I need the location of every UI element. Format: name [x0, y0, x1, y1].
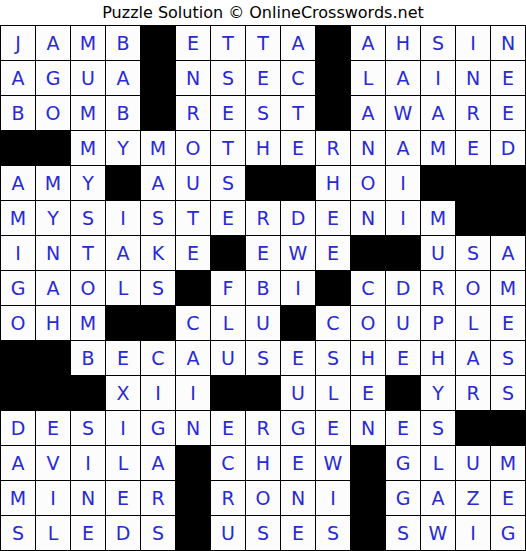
- grid-cell-r14c14: Z: [456, 481, 490, 515]
- grid-cell-r2c11: L: [351, 61, 385, 95]
- black-square-r11c2: [36, 376, 70, 410]
- grid-cell-r9c13: P: [421, 306, 455, 340]
- grid-cell-r6c8: R: [246, 201, 280, 235]
- grid-cell-r13c12: G: [386, 446, 420, 480]
- grid-cell-r13c4: L: [106, 446, 140, 480]
- black-square-r4c1: [1, 131, 35, 165]
- black-square-r7c7: [211, 236, 245, 270]
- page-title: Puzzle Solution © OnlineCrosswords.net: [102, 3, 424, 22]
- grid-cell-r1c12: H: [386, 26, 420, 60]
- grid-cell-r14c2: I: [36, 481, 70, 515]
- grid-cell-r4c6: O: [176, 131, 210, 165]
- grid-cell-r7c4: A: [106, 236, 140, 270]
- grid-cell-r3c9: T: [281, 96, 315, 130]
- grid-cell-r3c14: R: [456, 96, 490, 130]
- grid-cell-r10c4: E: [106, 341, 140, 375]
- grid-cell-r2c4: A: [106, 61, 140, 95]
- grid-cell-r10c13: H: [421, 341, 455, 375]
- grid-cell-r15c14: I: [456, 516, 490, 550]
- grid-cell-r2c3: U: [71, 61, 105, 95]
- grid-cell-r14c13: A: [421, 481, 455, 515]
- grid-cell-r11c5: I: [141, 376, 175, 410]
- black-square-r6c15: [491, 201, 525, 235]
- grid-cell-r6c10: E: [316, 201, 350, 235]
- grid-cell-r15c10: S: [316, 516, 350, 550]
- black-square-r14c11: [351, 481, 385, 515]
- grid-cell-r3c2: O: [36, 96, 70, 130]
- grid-cell-r4c7: T: [211, 131, 245, 165]
- grid-cell-r2c8: E: [246, 61, 280, 95]
- grid-cell-r15c8: S: [246, 516, 280, 550]
- grid-cell-r5c5: A: [141, 166, 175, 200]
- grid-cell-r13c9: E: [281, 446, 315, 480]
- grid-cell-r1c14: I: [456, 26, 490, 60]
- grid-cell-r13c7: C: [211, 446, 245, 480]
- grid-cell-r10c7: U: [211, 341, 245, 375]
- grid-cell-r7c5: K: [141, 236, 175, 270]
- grid-cell-r10c15: S: [491, 341, 525, 375]
- grid-cell-r1c3: M: [71, 26, 105, 60]
- grid-cell-r4c8: H: [246, 131, 280, 165]
- grid-cell-r11c6: I: [176, 376, 210, 410]
- grid-cell-r7c6: E: [176, 236, 210, 270]
- grid-cell-r6c5: S: [141, 201, 175, 235]
- black-square-r3c5: [141, 96, 175, 130]
- grid-cell-r2c9: C: [281, 61, 315, 95]
- grid-cell-r8c5: S: [141, 271, 175, 305]
- grid-cell-r12c12: E: [386, 411, 420, 445]
- grid-cell-r1c4: B: [106, 26, 140, 60]
- grid-cell-r11c10: L: [316, 376, 350, 410]
- grid-cell-r6c12: I: [386, 201, 420, 235]
- grid-cell-r15c1: S: [1, 516, 35, 550]
- grid-cell-r6c6: T: [176, 201, 210, 235]
- grid-cell-r10c8: S: [246, 341, 280, 375]
- grid-cell-r14c7: R: [211, 481, 245, 515]
- grid-cell-r6c3: S: [71, 201, 105, 235]
- grid-cell-r14c3: N: [71, 481, 105, 515]
- black-square-r9c9: [281, 306, 315, 340]
- grid-cell-r3c1: B: [1, 96, 35, 130]
- grid-cell-r4c13: M: [421, 131, 455, 165]
- grid-cell-r13c13: L: [421, 446, 455, 480]
- grid-cell-r10c3: B: [71, 341, 105, 375]
- grid-cell-r15c3: E: [71, 516, 105, 550]
- grid-cell-r15c9: E: [281, 516, 315, 550]
- grid-cell-r14c4: E: [106, 481, 140, 515]
- black-square-r2c5: [141, 61, 175, 95]
- black-square-r11c7: [211, 376, 245, 410]
- grid-cell-r9c3: M: [71, 306, 105, 340]
- grid-cell-r5c3: Y: [71, 166, 105, 200]
- grid-cell-r12c10: E: [316, 411, 350, 445]
- grid-cell-r15c12: S: [386, 516, 420, 550]
- title-bar: Puzzle Solution © OnlineCrosswords.net: [0, 0, 526, 25]
- black-square-r11c3: [71, 376, 105, 410]
- grid-cell-r1c8: T: [246, 26, 280, 60]
- grid-cell-r1c11: A: [351, 26, 385, 60]
- grid-cell-r8c3: O: [71, 271, 105, 305]
- grid-cell-r10c14: A: [456, 341, 490, 375]
- grid-cell-r4c12: A: [386, 131, 420, 165]
- grid-cell-r6c9: D: [281, 201, 315, 235]
- grid-cell-r14c1: M: [1, 481, 35, 515]
- grid-cell-r8c2: A: [36, 271, 70, 305]
- grid-cell-r1c7: T: [211, 26, 245, 60]
- grid-cell-r6c13: M: [421, 201, 455, 235]
- grid-cell-r9c14: L: [456, 306, 490, 340]
- grid-cell-r12c9: G: [281, 411, 315, 445]
- grid-cell-r9c2: H: [36, 306, 70, 340]
- grid-cell-r7c2: N: [36, 236, 70, 270]
- grid-cell-r13c3: I: [71, 446, 105, 480]
- grid-cell-r2c12: A: [386, 61, 420, 95]
- grid-cell-r14c12: G: [386, 481, 420, 515]
- grid-cell-r5c2: M: [36, 166, 70, 200]
- black-square-r9c4: [106, 306, 140, 340]
- grid-cell-r12c4: I: [106, 411, 140, 445]
- grid-cell-r5c1: A: [1, 166, 35, 200]
- grid-cell-r8c15: M: [491, 271, 525, 305]
- grid-cell-r5c6: U: [176, 166, 210, 200]
- grid-cell-r13c2: V: [36, 446, 70, 480]
- grid-cell-r4c9: E: [281, 131, 315, 165]
- grid-cell-r12c3: S: [71, 411, 105, 445]
- grid-cell-r8c1: G: [1, 271, 35, 305]
- black-square-r8c10: [316, 271, 350, 305]
- grid-cell-r3c3: M: [71, 96, 105, 130]
- grid-cell-r9c10: C: [316, 306, 350, 340]
- grid-cell-r8c9: I: [281, 271, 315, 305]
- grid-cell-r14c10: I: [316, 481, 350, 515]
- grid-cell-r10c6: A: [176, 341, 210, 375]
- grid-cell-r2c14: N: [456, 61, 490, 95]
- puzzle-solution-page: Puzzle Solution © OnlineCrosswords.net J…: [0, 0, 526, 551]
- grid-cell-r12c2: E: [36, 411, 70, 445]
- black-square-r6c14: [456, 201, 490, 235]
- grid-cell-r10c5: C: [141, 341, 175, 375]
- grid-cell-r4c14: E: [456, 131, 490, 165]
- grid-cell-r13c10: W: [316, 446, 350, 480]
- black-square-r5c4: [106, 166, 140, 200]
- black-square-r11c12: [386, 376, 420, 410]
- grid-cell-r5c11: O: [351, 166, 385, 200]
- grid-cell-r13c14: U: [456, 446, 490, 480]
- grid-cell-r10c10: S: [316, 341, 350, 375]
- grid-cell-r12c1: D: [1, 411, 35, 445]
- grid-cell-r2c2: G: [36, 61, 70, 95]
- black-square-r10c1: [1, 341, 35, 375]
- grid-cell-r3c7: E: [211, 96, 245, 130]
- grid-cell-r8c4: L: [106, 271, 140, 305]
- grid-cell-r1c13: S: [421, 26, 455, 60]
- black-square-r13c11: [351, 446, 385, 480]
- grid-cell-r8c11: C: [351, 271, 385, 305]
- black-square-r12c14: [456, 411, 490, 445]
- black-square-r10c2: [36, 341, 70, 375]
- grid-cell-r6c4: I: [106, 201, 140, 235]
- black-square-r7c12: [386, 236, 420, 270]
- grid-cell-r6c1: M: [1, 201, 35, 235]
- grid-cell-r4c4: Y: [106, 131, 140, 165]
- grid-cell-r10c9: E: [281, 341, 315, 375]
- grid-cell-r1c15: N: [491, 26, 525, 60]
- grid-cell-r3c6: R: [176, 96, 210, 130]
- grid-cell-r4c11: N: [351, 131, 385, 165]
- grid-cell-r14c15: E: [491, 481, 525, 515]
- grid-cell-r9c12: U: [386, 306, 420, 340]
- grid-cell-r6c11: N: [351, 201, 385, 235]
- grid-cell-r11c11: E: [351, 376, 385, 410]
- black-square-r5c15: [491, 166, 525, 200]
- grid-cell-r8c7: F: [211, 271, 245, 305]
- grid-cell-r9c7: L: [211, 306, 245, 340]
- grid-cell-r4c15: D: [491, 131, 525, 165]
- grid-cell-r7c3: T: [71, 236, 105, 270]
- grid-cell-r9c6: C: [176, 306, 210, 340]
- grid-cell-r3c8: S: [246, 96, 280, 130]
- black-square-r5c14: [456, 166, 490, 200]
- grid-cell-r3c4: B: [106, 96, 140, 130]
- grid-cell-r7c9: W: [281, 236, 315, 270]
- black-square-r9c5: [141, 306, 175, 340]
- black-square-r15c11: [351, 516, 385, 550]
- grid-cell-r15c4: D: [106, 516, 140, 550]
- grid-cell-r9c15: E: [491, 306, 525, 340]
- grid-cell-r5c12: I: [386, 166, 420, 200]
- grid-cell-r2c15: E: [491, 61, 525, 95]
- grid-cell-r15c2: L: [36, 516, 70, 550]
- grid-cell-r13c15: M: [491, 446, 525, 480]
- grid-cell-r7c1: I: [1, 236, 35, 270]
- grid-cell-r15c15: G: [491, 516, 525, 550]
- grid-cell-r8c8: B: [246, 271, 280, 305]
- black-square-r1c5: [141, 26, 175, 60]
- grid-cell-r11c4: X: [106, 376, 140, 410]
- black-square-r3c10: [316, 96, 350, 130]
- grid-cell-r10c11: H: [351, 341, 385, 375]
- grid-cell-r4c5: M: [141, 131, 175, 165]
- grid-cell-r4c10: R: [316, 131, 350, 165]
- grid-cell-r11c14: R: [456, 376, 490, 410]
- grid-cell-r3c12: W: [386, 96, 420, 130]
- grid-cell-r2c1: A: [1, 61, 35, 95]
- grid-cell-r1c1: J: [1, 26, 35, 60]
- black-square-r5c9: [281, 166, 315, 200]
- grid-cell-r1c2: A: [36, 26, 70, 60]
- grid-cell-r15c7: U: [211, 516, 245, 550]
- grid-cell-r2c7: S: [211, 61, 245, 95]
- grid-cell-r9c1: O: [1, 306, 35, 340]
- grid-cell-r3c11: A: [351, 96, 385, 130]
- black-square-r5c8: [246, 166, 280, 200]
- grid-cell-r12c11: N: [351, 411, 385, 445]
- grid-cell-r14c5: R: [141, 481, 175, 515]
- grid-cell-r9c11: O: [351, 306, 385, 340]
- grid-cell-r7c13: U: [421, 236, 455, 270]
- grid-cell-r7c8: E: [246, 236, 280, 270]
- grid-cell-r6c2: Y: [36, 201, 70, 235]
- grid-cell-r11c9: U: [281, 376, 315, 410]
- black-square-r11c1: [1, 376, 35, 410]
- grid-cell-r3c15: E: [491, 96, 525, 130]
- black-square-r1c10: [316, 26, 350, 60]
- grid-cell-r5c10: H: [316, 166, 350, 200]
- grid-cell-r11c13: Y: [421, 376, 455, 410]
- grid-cell-r2c13: I: [421, 61, 455, 95]
- grid-cell-r14c9: N: [281, 481, 315, 515]
- black-square-r7c11: [351, 236, 385, 270]
- black-square-r11c8: [246, 376, 280, 410]
- grid-cell-r13c1: A: [1, 446, 35, 480]
- grid-cell-r12c5: G: [141, 411, 175, 445]
- grid-cell-r8c12: D: [386, 271, 420, 305]
- grid-cell-r2c6: N: [176, 61, 210, 95]
- black-square-r13c6: [176, 446, 210, 480]
- black-square-r12c15: [491, 411, 525, 445]
- grid-cell-r12c7: E: [211, 411, 245, 445]
- grid-cell-r13c8: H: [246, 446, 280, 480]
- grid-cell-r11c15: S: [491, 376, 525, 410]
- black-square-r5c13: [421, 166, 455, 200]
- grid-cell-r15c13: W: [421, 516, 455, 550]
- grid-cell-r8c13: R: [421, 271, 455, 305]
- grid-cell-r5c7: S: [211, 166, 245, 200]
- black-square-r15c6: [176, 516, 210, 550]
- grid-cell-r7c10: E: [316, 236, 350, 270]
- grid-cell-r15c5: S: [141, 516, 175, 550]
- grid-cell-r10c12: E: [386, 341, 420, 375]
- grid-cell-r8c14: O: [456, 271, 490, 305]
- grid-cell-r7c15: A: [491, 236, 525, 270]
- grid-cell-r3c13: A: [421, 96, 455, 130]
- grid-cell-r9c8: U: [246, 306, 280, 340]
- grid-cell-r1c6: E: [176, 26, 210, 60]
- grid-cell-r12c8: R: [246, 411, 280, 445]
- grid-cell-r12c13: S: [421, 411, 455, 445]
- black-square-r4c2: [36, 131, 70, 165]
- grid-cell-r12c6: N: [176, 411, 210, 445]
- black-square-r8c6: [176, 271, 210, 305]
- grid-cell-r14c8: O: [246, 481, 280, 515]
- grid-cell-r6c7: E: [211, 201, 245, 235]
- grid-cell-r13c5: A: [141, 446, 175, 480]
- black-square-r14c6: [176, 481, 210, 515]
- crossword-grid: JAMBETTAAHSINAGUANSECLAINEBOMBRESTAWAREM…: [0, 25, 526, 551]
- grid-cell-r1c9: A: [281, 26, 315, 60]
- grid-cell-r7c14: S: [456, 236, 490, 270]
- grid-cell-r4c3: M: [71, 131, 105, 165]
- black-square-r2c10: [316, 61, 350, 95]
